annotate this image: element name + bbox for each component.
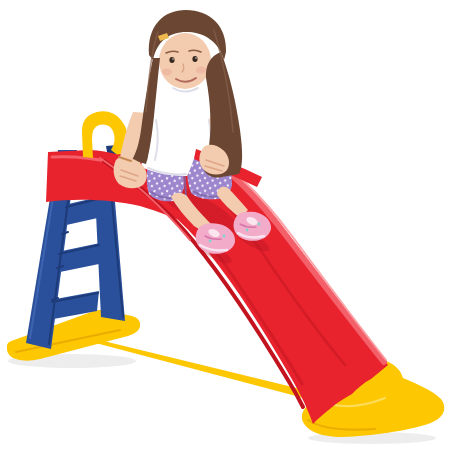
left-eye-glint <box>172 58 174 60</box>
right-eye-glint <box>195 57 197 59</box>
left-eye <box>169 57 174 63</box>
left-cheek <box>162 69 172 76</box>
product-photo <box>0 0 450 450</box>
shoe-accent-1 <box>209 240 212 243</box>
shoe-accent-2 <box>223 235 226 238</box>
shoe-accent-3 <box>246 229 249 232</box>
slide-scene <box>0 0 450 450</box>
face <box>159 33 211 89</box>
right-eye <box>192 56 197 62</box>
shoe-accent-4 <box>258 223 261 226</box>
right-cheek <box>196 67 206 74</box>
